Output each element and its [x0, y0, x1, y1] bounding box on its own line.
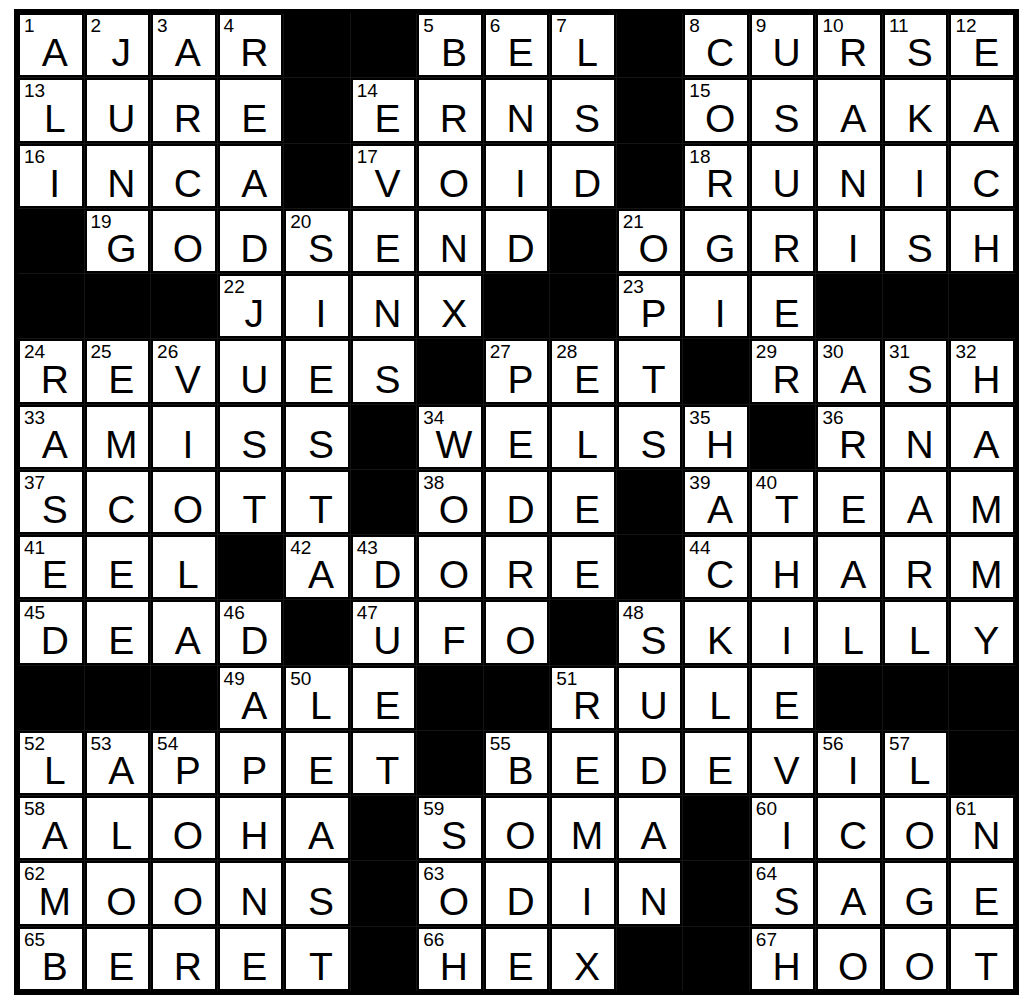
cell-r1c11[interactable]: 8C	[683, 13, 749, 77]
cell-r12c6[interactable]: T	[351, 731, 417, 795]
cell-r8c11[interactable]: 39A	[683, 470, 749, 534]
black-cell-r1c5	[284, 13, 350, 77]
cell-r10c7[interactable]: F	[417, 600, 483, 664]
cell-r12c8[interactable]: 55B	[484, 731, 550, 795]
cell-r13c8[interactable]: O	[484, 796, 550, 860]
cell-letter: D	[490, 228, 550, 270]
cell-r3c11[interactable]: 18R	[683, 144, 749, 208]
cell-letter: R	[756, 228, 816, 270]
cell-r9c14[interactable]: R	[883, 535, 949, 599]
cell-letter: O	[623, 228, 683, 270]
black-cell-r13c6	[351, 796, 417, 860]
cell-r1c12[interactable]: 9U	[750, 13, 816, 77]
cell-letter: S	[889, 359, 949, 401]
cell-r9c3[interactable]: L	[151, 535, 217, 599]
cell-r6c13[interactable]: 30A	[816, 339, 882, 403]
cell-r14c9[interactable]: I	[550, 861, 616, 925]
cell-r10c15[interactable]: Y	[949, 600, 1015, 664]
cell-letter: N	[822, 163, 882, 205]
black-cell-r11c8	[484, 666, 550, 730]
cell-r15c13[interactable]: O	[816, 927, 882, 991]
cell-letter: C	[689, 554, 749, 596]
cell-r14c3[interactable]: O	[151, 861, 217, 925]
cell-letter: S	[290, 881, 350, 923]
cell-letter: U	[224, 359, 284, 401]
cell-r9c2[interactable]: E	[85, 535, 151, 599]
cell-r3c8[interactable]: I	[484, 144, 550, 208]
cell-r12c2[interactable]: 53A	[85, 731, 151, 795]
cell-r4c8[interactable]: D	[484, 209, 550, 273]
cell-letter: J	[91, 32, 151, 74]
cell-r12c9[interactable]: E	[550, 731, 616, 795]
cell-r6c8[interactable]: 27P	[484, 339, 550, 403]
cell-letter: I	[157, 424, 217, 466]
cell-r12c13[interactable]: 56I	[816, 731, 882, 795]
cell-letter: X	[423, 293, 483, 335]
cell-letter: A	[91, 750, 151, 792]
cell-letter: U	[756, 163, 816, 205]
cell-letter: U	[91, 98, 151, 140]
cell-r2c4[interactable]: E	[218, 78, 284, 142]
cell-r13c9[interactable]: M	[550, 796, 616, 860]
cell-r9c15[interactable]: M	[949, 535, 1015, 599]
cell-letter: E	[490, 32, 550, 74]
cell-letter: I	[756, 620, 816, 662]
cell-letter: E	[24, 554, 84, 596]
cell-r1c3[interactable]: 3A	[151, 13, 217, 77]
cell-letter: I	[756, 815, 816, 857]
black-cell-r2c5	[284, 78, 350, 142]
cell-r4c11[interactable]: G	[683, 209, 749, 273]
cell-r7c7[interactable]: 34W	[417, 405, 483, 469]
black-cell-r5c8	[484, 274, 550, 338]
black-cell-r14c6	[351, 861, 417, 925]
cell-letter: A	[689, 489, 749, 531]
cell-r10c2[interactable]: E	[85, 600, 151, 664]
cell-r3c13[interactable]: N	[816, 144, 882, 208]
cell-letter: E	[357, 98, 417, 140]
cell-r15c14[interactable]: O	[883, 927, 949, 991]
cell-r15c15[interactable]: T	[949, 927, 1015, 991]
cell-r12c1[interactable]: 52L	[18, 731, 84, 795]
cell-r14c8[interactable]: D	[484, 861, 550, 925]
cell-r11c4[interactable]: 49A	[218, 666, 284, 730]
cell-r2c14[interactable]: K	[883, 78, 949, 142]
cell-r2c8[interactable]: N	[484, 78, 550, 142]
cell-letter: M	[556, 815, 616, 857]
cell-r13c5[interactable]: A	[284, 796, 350, 860]
cell-r11c5[interactable]: 50L	[284, 666, 350, 730]
cell-letter: E	[357, 228, 417, 270]
cell-r9c1[interactable]: 41E	[18, 535, 84, 599]
cell-r5c4[interactable]: 22J	[218, 274, 284, 338]
cell-r6c4[interactable]: U	[218, 339, 284, 403]
cell-r7c5[interactable]: S	[284, 405, 350, 469]
cell-r9c13[interactable]: A	[816, 535, 882, 599]
cell-letter: A	[290, 554, 350, 596]
cell-r7c10[interactable]: S	[617, 405, 683, 469]
cell-r2c2[interactable]: U	[85, 78, 151, 142]
black-cell-r15c6	[351, 927, 417, 991]
cell-r15c7[interactable]: 66H	[417, 927, 483, 991]
cell-letter: A	[822, 359, 882, 401]
cell-r6c14[interactable]: 31S	[883, 339, 949, 403]
cell-letter: R	[889, 554, 949, 596]
cell-r14c15[interactable]: E	[949, 861, 1015, 925]
cell-r6c1[interactable]: 24R	[18, 339, 84, 403]
cell-r15c12[interactable]: 67H	[750, 927, 816, 991]
cell-letter: S	[290, 228, 350, 270]
cell-letter: A	[822, 98, 882, 140]
cell-r11c11[interactable]: L	[683, 666, 749, 730]
cell-r14c7[interactable]: 63O	[417, 861, 483, 925]
cell-letter: N	[357, 293, 417, 335]
cell-letter: O	[157, 815, 217, 857]
cell-r4c2[interactable]: 19G	[85, 209, 151, 273]
cell-letter: S	[623, 620, 683, 662]
cell-r8c7[interactable]: 38O	[417, 470, 483, 534]
cell-r3c2[interactable]: N	[85, 144, 151, 208]
cell-letter: O	[423, 554, 483, 596]
cell-letter: P	[224, 750, 284, 792]
cell-r8c15[interactable]: M	[949, 470, 1015, 534]
cell-r10c11[interactable]: K	[683, 600, 749, 664]
cell-letter: L	[689, 685, 749, 727]
cell-r4c5[interactable]: 20S	[284, 209, 350, 273]
cell-r10c6[interactable]: 47U	[351, 600, 417, 664]
black-cell-r11c1	[18, 666, 84, 730]
cell-letter: L	[24, 750, 84, 792]
cell-r12c14[interactable]: 57L	[883, 731, 949, 795]
cell-letter: G	[889, 881, 949, 923]
cell-r12c10[interactable]: D	[617, 731, 683, 795]
cell-r2c3[interactable]: R	[151, 78, 217, 142]
cell-letter: D	[224, 228, 284, 270]
cell-letter: A	[623, 815, 683, 857]
cell-r6c3[interactable]: 26V	[151, 339, 217, 403]
cell-letter: V	[357, 163, 417, 205]
cell-r6c12[interactable]: 29R	[750, 339, 816, 403]
cell-r14c2[interactable]: O	[85, 861, 151, 925]
cell-letter: R	[24, 359, 84, 401]
cell-r4c7[interactable]: N	[417, 209, 483, 273]
cell-r13c4[interactable]: H	[218, 796, 284, 860]
cell-r6c15[interactable]: 32H	[949, 339, 1015, 403]
cell-r2c1[interactable]: 13L	[18, 78, 84, 142]
cell-letter: W	[423, 424, 483, 466]
cell-r3c9[interactable]: D	[550, 144, 616, 208]
cell-r15c1[interactable]: 65B	[18, 927, 84, 991]
cell-r13c14[interactable]: O	[883, 796, 949, 860]
cell-letter: N	[224, 881, 284, 923]
cell-r4c3[interactable]: O	[151, 209, 217, 273]
black-cell-r12c7	[417, 731, 483, 795]
cell-r9c5[interactable]: 42A	[284, 535, 350, 599]
cell-r14c14[interactable]: G	[883, 861, 949, 925]
cell-letter: L	[889, 620, 949, 662]
cell-r13c7[interactable]: 59S	[417, 796, 483, 860]
cell-letter: E	[955, 32, 1015, 74]
cell-letter: L	[822, 620, 882, 662]
cell-letter: M	[955, 554, 1015, 596]
cell-r2c11[interactable]: 15O	[683, 78, 749, 142]
cell-r8c12[interactable]: 40T	[750, 470, 816, 534]
cell-r5c12[interactable]: E	[750, 274, 816, 338]
cell-r3c4[interactable]: A	[218, 144, 284, 208]
cell-r3c15[interactable]: C	[949, 144, 1015, 208]
cell-r7c13[interactable]: 36R	[816, 405, 882, 469]
cell-r5c11[interactable]: I	[683, 274, 749, 338]
cell-r7c4[interactable]: S	[218, 405, 284, 469]
cell-letter: E	[689, 750, 749, 792]
black-cell-r2c10	[617, 78, 683, 142]
cell-r1c2[interactable]: 2J	[85, 13, 151, 77]
cell-r8c9[interactable]: E	[550, 470, 616, 534]
cell-letter: D	[357, 554, 417, 596]
cell-letter: C	[955, 163, 1015, 205]
cell-r13c10[interactable]: A	[617, 796, 683, 860]
cell-r14c1[interactable]: 62M	[18, 861, 84, 925]
cell-r7c3[interactable]: I	[151, 405, 217, 469]
cell-r7c2[interactable]: M	[85, 405, 151, 469]
cell-r7c14[interactable]: N	[883, 405, 949, 469]
black-cell-r11c2	[85, 666, 151, 730]
cell-letter: E	[490, 946, 550, 988]
cell-r4c14[interactable]: S	[883, 209, 949, 273]
cell-r5c6[interactable]: N	[351, 274, 417, 338]
cell-r2c13[interactable]: A	[816, 78, 882, 142]
cell-letter: L	[556, 424, 616, 466]
cell-r10c4[interactable]: 46D	[218, 600, 284, 664]
cell-letter: S	[756, 98, 816, 140]
cell-r10c8[interactable]: O	[484, 600, 550, 664]
cell-r8c2[interactable]: C	[85, 470, 151, 534]
cell-r3c3[interactable]: C	[151, 144, 217, 208]
black-cell-r3c10	[617, 144, 683, 208]
cell-r4c6[interactable]: E	[351, 209, 417, 273]
cell-letter: E	[91, 359, 151, 401]
cell-r15c4[interactable]: E	[218, 927, 284, 991]
cell-letter: E	[290, 750, 350, 792]
cell-r9c11[interactable]: 44C	[683, 535, 749, 599]
cell-r3c6[interactable]: 17V	[351, 144, 417, 208]
cell-r3c12[interactable]: U	[750, 144, 816, 208]
cell-r12c12[interactable]: V	[750, 731, 816, 795]
cell-r6c6[interactable]: S	[351, 339, 417, 403]
cell-r9c6[interactable]: 43D	[351, 535, 417, 599]
cell-r10c3[interactable]: A	[151, 600, 217, 664]
black-cell-r7c12	[750, 405, 816, 469]
cell-letter: M	[24, 881, 84, 923]
cell-letter: A	[822, 881, 882, 923]
cell-r12c3[interactable]: 54P	[151, 731, 217, 795]
cell-r9c7[interactable]: O	[417, 535, 483, 599]
black-cell-r11c3	[151, 666, 217, 730]
cell-r6c5[interactable]: E	[284, 339, 350, 403]
cell-letter: I	[24, 163, 84, 205]
cell-letter: H	[756, 554, 816, 596]
cell-r10c10[interactable]: 48S	[617, 600, 683, 664]
cell-r4c10[interactable]: 21O	[617, 209, 683, 273]
cell-r7c15[interactable]: A	[949, 405, 1015, 469]
cell-r5c5[interactable]: I	[284, 274, 350, 338]
cell-r15c9[interactable]: X	[550, 927, 616, 991]
cell-letter: E	[91, 620, 151, 662]
cell-r1c15[interactable]: 12E	[949, 13, 1015, 77]
cell-r1c13[interactable]: 10R	[816, 13, 882, 77]
cell-r11c10[interactable]: U	[617, 666, 683, 730]
cell-letter: O	[157, 228, 217, 270]
cell-r8c8[interactable]: D	[484, 470, 550, 534]
cell-letter: R	[756, 359, 816, 401]
cell-r2c6[interactable]: 14E	[351, 78, 417, 142]
cell-letter: E	[490, 424, 550, 466]
cell-r6c2[interactable]: 25E	[85, 339, 151, 403]
cell-letter: R	[157, 98, 217, 140]
cell-r13c3[interactable]: O	[151, 796, 217, 860]
cell-letter: H	[689, 424, 749, 466]
cell-r13c15[interactable]: 61N	[949, 796, 1015, 860]
cell-letter: L	[157, 554, 217, 596]
cell-r14c12[interactable]: 64S	[750, 861, 816, 925]
cell-r5c7[interactable]: X	[417, 274, 483, 338]
cell-letter: I	[889, 163, 949, 205]
cell-r6c9[interactable]: 28E	[550, 339, 616, 403]
cell-r1c8[interactable]: 6E	[484, 13, 550, 77]
cell-r7c11[interactable]: 35H	[683, 405, 749, 469]
cell-r9c9[interactable]: E	[550, 535, 616, 599]
cell-r12c11[interactable]: E	[683, 731, 749, 795]
cell-r11c9[interactable]: 51R	[550, 666, 616, 730]
cell-letter: R	[556, 685, 616, 727]
black-cell-r5c15	[949, 274, 1015, 338]
cell-r9c8[interactable]: R	[484, 535, 550, 599]
cell-r1c14[interactable]: 11S	[883, 13, 949, 77]
cell-letter: N	[889, 424, 949, 466]
cell-r2c9[interactable]: S	[550, 78, 616, 142]
cell-r7c1[interactable]: 33A	[18, 405, 84, 469]
cell-r12c4[interactable]: P	[218, 731, 284, 795]
cell-r7c8[interactable]: E	[484, 405, 550, 469]
cell-r4c12[interactable]: R	[750, 209, 816, 273]
cell-r14c13[interactable]: A	[816, 861, 882, 925]
cell-letter: H	[756, 946, 816, 988]
cell-r11c6[interactable]: E	[351, 666, 417, 730]
cell-r9c12[interactable]: H	[750, 535, 816, 599]
cell-letter: O	[889, 815, 949, 857]
cell-r3c7[interactable]: O	[417, 144, 483, 208]
cell-letter: A	[955, 424, 1015, 466]
cell-letter: C	[822, 815, 882, 857]
cell-r13c12[interactable]: 60I	[750, 796, 816, 860]
cell-r1c4[interactable]: 4R	[218, 13, 284, 77]
cell-letter: P	[157, 750, 217, 792]
black-cell-r5c14	[883, 274, 949, 338]
cell-letter: O	[490, 620, 550, 662]
cell-r3c14[interactable]: I	[883, 144, 949, 208]
cell-letter: R	[423, 98, 483, 140]
cell-r12c5[interactable]: E	[284, 731, 350, 795]
cell-r13c13[interactable]: C	[816, 796, 882, 860]
cell-r15c2[interactable]: E	[85, 927, 151, 991]
black-cell-r11c15	[949, 666, 1015, 730]
cell-letter: B	[490, 750, 550, 792]
cell-r14c4[interactable]: N	[218, 861, 284, 925]
cell-r15c8[interactable]: E	[484, 927, 550, 991]
cell-letter: O	[423, 489, 483, 531]
cell-r13c2[interactable]: L	[85, 796, 151, 860]
cell-letter: R	[224, 32, 284, 74]
cell-r2c7[interactable]: R	[417, 78, 483, 142]
cell-letter: O	[889, 946, 949, 988]
cell-r8c1[interactable]: 37S	[18, 470, 84, 534]
cell-r8c13[interactable]: E	[816, 470, 882, 534]
black-cell-r9c4	[218, 535, 284, 599]
cell-letter: Y	[955, 620, 1015, 662]
cell-r14c5[interactable]: S	[284, 861, 350, 925]
cell-letter: T	[290, 946, 350, 988]
cell-r13c1[interactable]: 58A	[18, 796, 84, 860]
cell-letter: G	[689, 228, 749, 270]
cell-r8c4[interactable]: T	[218, 470, 284, 534]
cell-letter: I	[689, 293, 749, 335]
cell-r8c5[interactable]: T	[284, 470, 350, 534]
cell-r6c10[interactable]: T	[617, 339, 683, 403]
cell-letter: C	[91, 489, 151, 531]
cell-r1c1[interactable]: 1A	[18, 13, 84, 77]
cell-letter: F	[423, 620, 483, 662]
cell-r4c4[interactable]: D	[218, 209, 284, 273]
cell-r2c12[interactable]: S	[750, 78, 816, 142]
black-cell-r5c2	[85, 274, 151, 338]
cell-letter: A	[889, 489, 949, 531]
cell-letter: S	[556, 98, 616, 140]
cell-letter: E	[91, 554, 151, 596]
cell-r4c15[interactable]: H	[949, 209, 1015, 273]
cell-letter: A	[157, 620, 217, 662]
cell-r15c3[interactable]: R	[151, 927, 217, 991]
cell-r2c15[interactable]: A	[949, 78, 1015, 142]
black-cell-r1c10	[617, 13, 683, 77]
cell-r11c12[interactable]: E	[750, 666, 816, 730]
cell-r5c10[interactable]: 23P	[617, 274, 683, 338]
cell-letter: A	[24, 424, 84, 466]
cell-letter: E	[955, 881, 1015, 923]
black-cell-r4c1	[18, 209, 84, 273]
cell-r10c14[interactable]: L	[883, 600, 949, 664]
cell-letter: T	[756, 489, 816, 531]
cell-r7c9[interactable]: L	[550, 405, 616, 469]
cell-letter: E	[290, 359, 350, 401]
black-cell-r10c5	[284, 600, 350, 664]
cell-r1c7[interactable]: 5B	[417, 13, 483, 77]
cell-letter: A	[955, 98, 1015, 140]
cell-r3c1[interactable]: 16I	[18, 144, 84, 208]
cell-letter: A	[157, 32, 217, 74]
cell-r8c3[interactable]: O	[151, 470, 217, 534]
black-cell-r5c9	[550, 274, 616, 338]
cell-r10c13[interactable]: L	[816, 600, 882, 664]
cell-r14c10[interactable]: N	[617, 861, 683, 925]
cell-r10c1[interactable]: 45D	[18, 600, 84, 664]
cell-r4c13[interactable]: I	[816, 209, 882, 273]
cell-r10c12[interactable]: I	[750, 600, 816, 664]
cell-r15c5[interactable]: T	[284, 927, 350, 991]
cell-letter: A	[224, 163, 284, 205]
cell-r1c9[interactable]: 7L	[550, 13, 616, 77]
cell-r8c14[interactable]: A	[883, 470, 949, 534]
cell-letter: H	[224, 815, 284, 857]
